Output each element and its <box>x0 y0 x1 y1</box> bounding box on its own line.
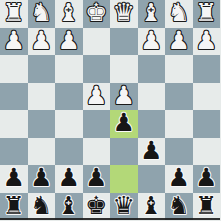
white-pawn[interactable]: ♟ <box>168 28 190 55</box>
square-c2[interactable]: ♟ <box>138 28 166 56</box>
square-f1[interactable]: ♝ <box>55 0 83 28</box>
square-g5[interactable] <box>28 110 56 138</box>
square-b2[interactable]: ♟ <box>165 28 193 56</box>
square-h1[interactable]: ♜ <box>0 0 28 28</box>
square-h8[interactable]: ♜ <box>0 193 28 221</box>
square-g6[interactable] <box>28 138 56 166</box>
black-pawn[interactable]: ♟ <box>113 110 135 137</box>
square-e3[interactable] <box>83 55 111 83</box>
square-b4[interactable] <box>165 83 193 111</box>
square-a1[interactable]: ♜ <box>193 0 221 28</box>
square-c5[interactable] <box>138 110 166 138</box>
black-pawn[interactable]: ♟ <box>3 165 25 192</box>
square-d7[interactable] <box>110 165 138 193</box>
white-king[interactable]: ♚ <box>85 0 107 27</box>
black-bishop[interactable]: ♝ <box>140 193 162 220</box>
square-e1[interactable]: ♚ <box>83 0 111 28</box>
square-e2[interactable] <box>83 28 111 56</box>
white-rook[interactable]: ♜ <box>3 0 25 27</box>
square-a6[interactable] <box>193 138 221 166</box>
square-b3[interactable] <box>165 55 193 83</box>
square-g4[interactable] <box>28 83 56 111</box>
black-pawn[interactable]: ♟ <box>30 165 52 192</box>
square-e7[interactable]: ♟ <box>83 165 111 193</box>
square-b1[interactable]: ♞ <box>165 0 193 28</box>
square-a8[interactable]: ♜ <box>193 193 221 221</box>
black-knight[interactable]: ♞ <box>168 193 190 220</box>
black-queen[interactable]: ♛ <box>113 193 135 220</box>
white-queen[interactable]: ♛ <box>113 0 135 27</box>
square-g7[interactable]: ♟ <box>28 165 56 193</box>
black-bishop[interactable]: ♝ <box>58 193 80 220</box>
black-pawn[interactable]: ♟ <box>58 165 80 192</box>
square-g1[interactable]: ♞ <box>28 0 56 28</box>
square-g8[interactable]: ♞ <box>28 193 56 221</box>
square-b7[interactable]: ♟ <box>165 165 193 193</box>
square-f3[interactable] <box>55 55 83 83</box>
square-h4[interactable] <box>0 83 28 111</box>
square-f7[interactable]: ♟ <box>55 165 83 193</box>
black-pawn[interactable]: ♟ <box>140 138 162 165</box>
black-pawn[interactable]: ♟ <box>195 165 217 192</box>
square-f6[interactable] <box>55 138 83 166</box>
white-bishop[interactable]: ♝ <box>140 0 162 27</box>
square-h6[interactable] <box>0 138 28 166</box>
square-b8[interactable]: ♞ <box>165 193 193 221</box>
square-c7[interactable] <box>138 165 166 193</box>
white-pawn[interactable]: ♟ <box>195 28 217 55</box>
square-h3[interactable] <box>0 55 28 83</box>
square-a4[interactable] <box>193 83 221 111</box>
square-h5[interactable] <box>0 110 28 138</box>
square-e5[interactable] <box>83 110 111 138</box>
square-f8[interactable]: ♝ <box>55 193 83 221</box>
black-pawn[interactable]: ♟ <box>168 165 190 192</box>
white-pawn[interactable]: ♟ <box>3 28 25 55</box>
square-c1[interactable]: ♝ <box>138 0 166 28</box>
black-knight[interactable]: ♞ <box>30 193 52 220</box>
white-knight[interactable]: ♞ <box>30 0 52 27</box>
square-d3[interactable] <box>110 55 138 83</box>
square-a7[interactable]: ♟ <box>193 165 221 193</box>
white-pawn[interactable]: ♟ <box>85 83 107 110</box>
square-h7[interactable]: ♟ <box>0 165 28 193</box>
square-c3[interactable] <box>138 55 166 83</box>
square-e6[interactable] <box>83 138 111 166</box>
square-e8[interactable]: ♚ <box>83 193 111 221</box>
square-c4[interactable] <box>138 83 166 111</box>
square-e4[interactable]: ♟ <box>83 83 111 111</box>
square-c8[interactable]: ♝ <box>138 193 166 221</box>
white-pawn[interactable]: ♟ <box>140 28 162 55</box>
square-d5[interactable]: ♟ <box>110 110 138 138</box>
square-f4[interactable] <box>55 83 83 111</box>
square-b5[interactable] <box>165 110 193 138</box>
square-c6[interactable]: ♟ <box>138 138 166 166</box>
square-g3[interactable] <box>28 55 56 83</box>
square-f5[interactable] <box>55 110 83 138</box>
white-pawn[interactable]: ♟ <box>30 28 52 55</box>
black-rook[interactable]: ♜ <box>3 193 25 220</box>
black-king[interactable]: ♚ <box>85 193 107 220</box>
chess-board: ♜♞♝♚♛♝♞♜♟♟♟♟♟♟♟♟♟♟♟♟♟♟♟♟♜♞♝♚♛♝♞♜ <box>0 0 220 220</box>
square-g2[interactable]: ♟ <box>28 28 56 56</box>
black-pawn[interactable]: ♟ <box>85 165 107 192</box>
square-d2[interactable] <box>110 28 138 56</box>
square-b6[interactable] <box>165 138 193 166</box>
white-pawn[interactable]: ♟ <box>113 83 135 110</box>
square-a5[interactable] <box>193 110 221 138</box>
square-d1[interactable]: ♛ <box>110 0 138 28</box>
square-a2[interactable]: ♟ <box>193 28 221 56</box>
white-bishop[interactable]: ♝ <box>58 0 80 27</box>
square-d4[interactable]: ♟ <box>110 83 138 111</box>
square-d6[interactable] <box>110 138 138 166</box>
white-knight[interactable]: ♞ <box>168 0 190 27</box>
square-d8[interactable]: ♛ <box>110 193 138 221</box>
black-rook[interactable]: ♜ <box>195 193 217 220</box>
white-pawn[interactable]: ♟ <box>58 28 80 55</box>
square-f2[interactable]: ♟ <box>55 28 83 56</box>
square-h2[interactable]: ♟ <box>0 28 28 56</box>
square-a3[interactable] <box>193 55 221 83</box>
white-rook[interactable]: ♜ <box>195 0 217 27</box>
